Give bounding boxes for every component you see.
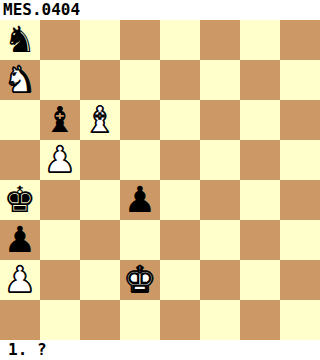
square-f3[interactable] bbox=[200, 220, 240, 260]
square-b2[interactable] bbox=[40, 260, 80, 300]
square-e7[interactable] bbox=[160, 60, 200, 100]
square-f1[interactable] bbox=[200, 300, 240, 340]
square-b5[interactable]: ♟ bbox=[40, 140, 80, 180]
square-h7[interactable] bbox=[280, 60, 320, 100]
square-b1[interactable] bbox=[40, 300, 80, 340]
black-bishop-piece: ♝ bbox=[40, 100, 80, 140]
square-g4[interactable] bbox=[240, 180, 280, 220]
square-e3[interactable] bbox=[160, 220, 200, 260]
square-g8[interactable] bbox=[240, 20, 280, 60]
move-prompt: 1. ? bbox=[0, 340, 320, 360]
white-pawn-piece: ♟ bbox=[0, 260, 40, 300]
square-d6[interactable] bbox=[120, 100, 160, 140]
square-f7[interactable] bbox=[200, 60, 240, 100]
square-c3[interactable] bbox=[80, 220, 120, 260]
black-pawn-piece: ♟ bbox=[120, 180, 160, 220]
square-a6[interactable] bbox=[0, 100, 40, 140]
black-king-piece: ♚ bbox=[0, 180, 40, 220]
square-f5[interactable] bbox=[200, 140, 240, 180]
square-b3[interactable] bbox=[40, 220, 80, 260]
square-h4[interactable] bbox=[280, 180, 320, 220]
square-f6[interactable] bbox=[200, 100, 240, 140]
square-g1[interactable] bbox=[240, 300, 280, 340]
chess-problem-window: MES.0404 ♞♞♝♝♟♚♟♟♟♚ 1. ? bbox=[0, 0, 320, 360]
square-b7[interactable] bbox=[40, 60, 80, 100]
white-pawn-piece: ♟ bbox=[40, 140, 80, 180]
square-h6[interactable] bbox=[280, 100, 320, 140]
square-g7[interactable] bbox=[240, 60, 280, 100]
square-e1[interactable] bbox=[160, 300, 200, 340]
square-c6[interactable]: ♝ bbox=[80, 100, 120, 140]
square-c4[interactable] bbox=[80, 180, 120, 220]
square-a4[interactable]: ♚ bbox=[0, 180, 40, 220]
square-h1[interactable] bbox=[280, 300, 320, 340]
square-a3[interactable]: ♟ bbox=[0, 220, 40, 260]
square-h8[interactable] bbox=[280, 20, 320, 60]
square-a8[interactable]: ♞ bbox=[0, 20, 40, 60]
square-a7[interactable]: ♞ bbox=[0, 60, 40, 100]
square-d2[interactable]: ♚ bbox=[120, 260, 160, 300]
problem-id: MES.0404 bbox=[0, 0, 320, 20]
square-f2[interactable] bbox=[200, 260, 240, 300]
square-e4[interactable] bbox=[160, 180, 200, 220]
square-a2[interactable]: ♟ bbox=[0, 260, 40, 300]
chess-board: ♞♞♝♝♟♚♟♟♟♚ bbox=[0, 20, 320, 340]
square-g3[interactable] bbox=[240, 220, 280, 260]
white-knight-piece: ♞ bbox=[0, 60, 40, 100]
white-king-piece: ♚ bbox=[120, 260, 160, 300]
square-d7[interactable] bbox=[120, 60, 160, 100]
square-c7[interactable] bbox=[80, 60, 120, 100]
black-pawn-piece: ♟ bbox=[0, 220, 40, 260]
square-g2[interactable] bbox=[240, 260, 280, 300]
square-c5[interactable] bbox=[80, 140, 120, 180]
square-g5[interactable] bbox=[240, 140, 280, 180]
black-knight-piece: ♞ bbox=[0, 20, 40, 60]
square-d3[interactable] bbox=[120, 220, 160, 260]
square-e6[interactable] bbox=[160, 100, 200, 140]
square-c1[interactable] bbox=[80, 300, 120, 340]
square-a1[interactable] bbox=[0, 300, 40, 340]
square-f4[interactable] bbox=[200, 180, 240, 220]
square-e2[interactable] bbox=[160, 260, 200, 300]
square-c2[interactable] bbox=[80, 260, 120, 300]
square-b8[interactable] bbox=[40, 20, 80, 60]
square-d5[interactable] bbox=[120, 140, 160, 180]
square-b6[interactable]: ♝ bbox=[40, 100, 80, 140]
square-a5[interactable] bbox=[0, 140, 40, 180]
square-d8[interactable] bbox=[120, 20, 160, 60]
square-e8[interactable] bbox=[160, 20, 200, 60]
square-h5[interactable] bbox=[280, 140, 320, 180]
white-bishop-piece: ♝ bbox=[80, 100, 120, 140]
square-h3[interactable] bbox=[280, 220, 320, 260]
square-h2[interactable] bbox=[280, 260, 320, 300]
square-b4[interactable] bbox=[40, 180, 80, 220]
square-g6[interactable] bbox=[240, 100, 280, 140]
square-c8[interactable] bbox=[80, 20, 120, 60]
square-f8[interactable] bbox=[200, 20, 240, 60]
square-d1[interactable] bbox=[120, 300, 160, 340]
square-d4[interactable]: ♟ bbox=[120, 180, 160, 220]
square-e5[interactable] bbox=[160, 140, 200, 180]
